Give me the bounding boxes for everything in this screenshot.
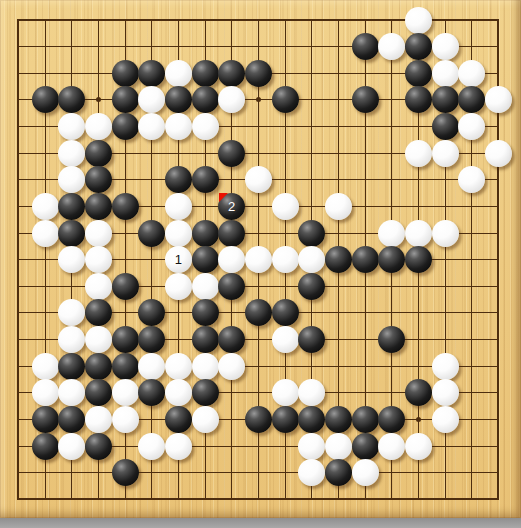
black-stone bbox=[138, 326, 165, 353]
white-stone bbox=[85, 220, 112, 247]
grid-line-horizontal bbox=[17, 498, 499, 500]
black-stone bbox=[218, 273, 245, 300]
white-stone bbox=[85, 113, 112, 140]
white-stone bbox=[58, 299, 85, 326]
black-stone bbox=[298, 406, 325, 433]
white-stone bbox=[245, 246, 272, 273]
white-stone bbox=[58, 433, 85, 460]
black-stone bbox=[352, 246, 379, 273]
black-stone bbox=[352, 406, 379, 433]
white-stone bbox=[165, 433, 192, 460]
white-stone bbox=[245, 166, 272, 193]
black-stone bbox=[85, 140, 112, 167]
black-stone bbox=[378, 246, 405, 273]
black-stone bbox=[58, 86, 85, 113]
grid-line-horizontal bbox=[17, 472, 499, 473]
black-stone bbox=[85, 353, 112, 380]
white-stone bbox=[405, 220, 432, 247]
white-stone bbox=[272, 193, 299, 220]
white-stone bbox=[432, 33, 459, 60]
white-stone bbox=[298, 246, 325, 273]
black-stone bbox=[218, 140, 245, 167]
white-stone bbox=[298, 433, 325, 460]
star-point bbox=[256, 97, 261, 102]
white-stone bbox=[272, 246, 299, 273]
white-stone bbox=[405, 433, 432, 460]
black-stone bbox=[192, 326, 219, 353]
black-stone bbox=[192, 86, 219, 113]
white-stone bbox=[58, 326, 85, 353]
black-stone bbox=[378, 326, 405, 353]
white-stone bbox=[458, 166, 485, 193]
white-stone bbox=[485, 86, 512, 113]
black-stone bbox=[325, 246, 352, 273]
black-stone bbox=[32, 406, 59, 433]
white-stone bbox=[58, 379, 85, 406]
white-stone bbox=[325, 433, 352, 460]
white-stone bbox=[138, 353, 165, 380]
white-stone bbox=[112, 406, 139, 433]
black-stone bbox=[165, 406, 192, 433]
white-stone bbox=[32, 353, 59, 380]
black-stone bbox=[325, 459, 352, 486]
black-stone bbox=[272, 406, 299, 433]
move-number-label: 1 bbox=[165, 246, 192, 273]
black-stone bbox=[218, 220, 245, 247]
black-stone bbox=[112, 193, 139, 220]
star-point bbox=[96, 97, 101, 102]
white-stone bbox=[432, 220, 459, 247]
white-stone bbox=[432, 353, 459, 380]
go-app-window: 21 bbox=[0, 0, 521, 528]
black-stone bbox=[272, 299, 299, 326]
black-stone bbox=[58, 353, 85, 380]
black-stone bbox=[85, 193, 112, 220]
black-stone bbox=[58, 220, 85, 247]
black-stone bbox=[272, 86, 299, 113]
white-stone bbox=[85, 406, 112, 433]
black-stone bbox=[298, 273, 325, 300]
white-stone bbox=[165, 60, 192, 87]
black-stone bbox=[112, 459, 139, 486]
white-stone bbox=[192, 406, 219, 433]
black-stone bbox=[405, 33, 432, 60]
white-stone bbox=[218, 246, 245, 273]
black-stone bbox=[298, 220, 325, 247]
white-stone bbox=[218, 86, 245, 113]
black-stone bbox=[405, 379, 432, 406]
white-stone bbox=[432, 140, 459, 167]
black-stone bbox=[192, 220, 219, 247]
black-stone bbox=[138, 379, 165, 406]
black-stone bbox=[58, 193, 85, 220]
go-board[interactable]: 21 bbox=[0, 0, 521, 518]
white-stone bbox=[192, 273, 219, 300]
white-stone bbox=[352, 459, 379, 486]
white-stone bbox=[485, 140, 512, 167]
white-stone bbox=[85, 326, 112, 353]
white-stone bbox=[165, 220, 192, 247]
black-stone bbox=[245, 60, 272, 87]
white-stone bbox=[192, 113, 219, 140]
white-stone bbox=[32, 379, 59, 406]
black-stone bbox=[85, 433, 112, 460]
star-point bbox=[416, 417, 421, 422]
white-stone bbox=[138, 113, 165, 140]
white-stone bbox=[165, 193, 192, 220]
black-stone bbox=[352, 33, 379, 60]
black-stone bbox=[245, 406, 272, 433]
black-stone bbox=[458, 86, 485, 113]
move-1-stone: 1 bbox=[165, 246, 192, 273]
white-stone bbox=[85, 246, 112, 273]
black-stone bbox=[138, 60, 165, 87]
white-stone bbox=[165, 113, 192, 140]
black-stone bbox=[405, 86, 432, 113]
black-stone bbox=[325, 406, 352, 433]
black-stone bbox=[112, 60, 139, 87]
white-stone bbox=[458, 113, 485, 140]
white-stone bbox=[192, 353, 219, 380]
white-stone bbox=[32, 220, 59, 247]
white-stone bbox=[432, 406, 459, 433]
black-stone bbox=[138, 220, 165, 247]
black-stone bbox=[32, 433, 59, 460]
black-stone bbox=[85, 299, 112, 326]
black-stone bbox=[192, 166, 219, 193]
white-stone bbox=[58, 246, 85, 273]
white-stone bbox=[58, 113, 85, 140]
white-stone bbox=[218, 353, 245, 380]
black-stone bbox=[112, 273, 139, 300]
black-stone bbox=[218, 326, 245, 353]
white-stone bbox=[58, 140, 85, 167]
white-stone bbox=[138, 433, 165, 460]
black-stone bbox=[112, 353, 139, 380]
white-stone bbox=[458, 60, 485, 87]
white-stone bbox=[85, 273, 112, 300]
black-stone bbox=[165, 166, 192, 193]
black-stone bbox=[352, 433, 379, 460]
black-stone bbox=[138, 299, 165, 326]
black-stone bbox=[405, 60, 432, 87]
white-stone bbox=[298, 379, 325, 406]
black-stone bbox=[85, 166, 112, 193]
white-stone bbox=[112, 379, 139, 406]
white-stone bbox=[432, 379, 459, 406]
white-stone bbox=[165, 379, 192, 406]
white-stone bbox=[165, 273, 192, 300]
black-stone bbox=[32, 86, 59, 113]
white-stone bbox=[325, 193, 352, 220]
white-stone bbox=[378, 220, 405, 247]
white-stone bbox=[32, 193, 59, 220]
black-stone bbox=[85, 379, 112, 406]
white-stone bbox=[165, 353, 192, 380]
black-stone bbox=[192, 246, 219, 273]
black-stone bbox=[218, 60, 245, 87]
black-stone bbox=[112, 326, 139, 353]
black-stone bbox=[192, 60, 219, 87]
white-stone bbox=[58, 166, 85, 193]
white-stone bbox=[405, 140, 432, 167]
black-stone bbox=[432, 86, 459, 113]
black-stone bbox=[112, 113, 139, 140]
black-stone bbox=[298, 326, 325, 353]
white-stone bbox=[298, 459, 325, 486]
white-stone bbox=[138, 86, 165, 113]
black-stone bbox=[58, 406, 85, 433]
black-stone bbox=[192, 299, 219, 326]
black-stone bbox=[165, 86, 192, 113]
black-stone bbox=[352, 86, 379, 113]
window-bottom-strip bbox=[0, 518, 521, 528]
black-stone bbox=[432, 113, 459, 140]
black-stone bbox=[112, 86, 139, 113]
black-stone bbox=[378, 406, 405, 433]
black-stone bbox=[405, 246, 432, 273]
white-stone bbox=[405, 7, 432, 34]
white-stone bbox=[272, 326, 299, 353]
white-stone bbox=[432, 60, 459, 87]
white-stone bbox=[378, 433, 405, 460]
black-stone bbox=[245, 299, 272, 326]
white-stone bbox=[378, 33, 405, 60]
white-stone bbox=[272, 379, 299, 406]
black-stone bbox=[192, 379, 219, 406]
red-triangle-marker bbox=[219, 193, 228, 202]
